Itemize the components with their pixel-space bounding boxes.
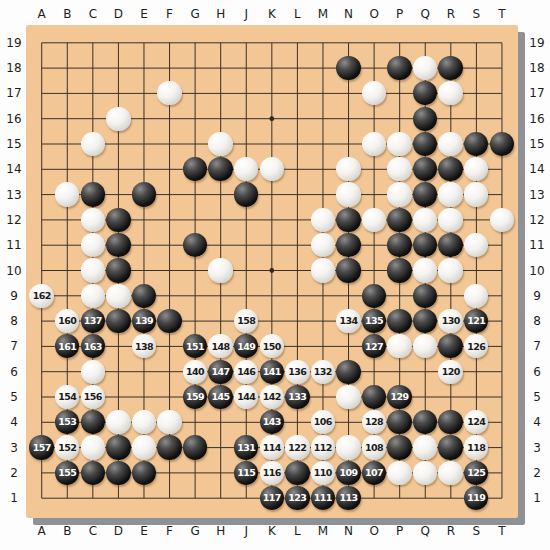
stone-G5-black[interactable]: 159: [183, 385, 207, 409]
coord-left-9: 9: [10, 289, 18, 303]
stone-O3-white[interactable]: 108: [362, 435, 386, 459]
stone-J8-white[interactable]: 158: [234, 309, 258, 333]
move-number-163: 163: [84, 342, 102, 352]
move-number-112: 112: [314, 443, 332, 453]
stone-M12-white[interactable]: [311, 208, 335, 232]
stone-A9-white[interactable]: 162: [29, 284, 53, 308]
move-number-154: 154: [58, 392, 76, 402]
stone-Q10-white[interactable]: [413, 258, 437, 282]
stone-Q8-black[interactable]: [413, 309, 437, 333]
coord-right-6: 6: [533, 365, 541, 379]
stone-N14-white[interactable]: [336, 157, 360, 181]
stone-R7-black[interactable]: [438, 334, 462, 358]
coord-left-3: 3: [10, 441, 18, 455]
stone-Q18-white[interactable]: [413, 56, 437, 80]
stone-Q12-white[interactable]: [413, 208, 437, 232]
stone-M11-white[interactable]: [311, 233, 335, 257]
stone-P18-black[interactable]: [387, 56, 411, 80]
move-number-129: 129: [391, 392, 409, 402]
stone-R8-white[interactable]: 130: [438, 309, 462, 333]
stone-Q4-black[interactable]: [413, 410, 437, 434]
stone-N18-black[interactable]: [336, 56, 360, 80]
move-number-138: 138: [135, 342, 153, 352]
stone-C6-white[interactable]: [81, 360, 105, 384]
stone-P12-black[interactable]: [387, 208, 411, 232]
stone-O7-black[interactable]: 127: [362, 334, 386, 358]
stone-H7-white[interactable]: 148: [208, 334, 232, 358]
stone-G14-black[interactable]: [183, 157, 207, 181]
stone-O9-black[interactable]: [362, 284, 386, 308]
move-number-136: 136: [288, 367, 306, 377]
stone-B7-black[interactable]: 161: [55, 334, 79, 358]
stone-A3-black[interactable]: 157: [29, 435, 53, 459]
move-number-114: 114: [263, 443, 281, 453]
stone-E13-black[interactable]: [132, 182, 156, 206]
coord-right-9: 9: [533, 289, 541, 303]
coord-right-17: 17: [529, 86, 544, 100]
move-number-125: 125: [467, 468, 485, 478]
stone-E2-black[interactable]: [132, 461, 156, 485]
move-number-118: 118: [467, 443, 485, 453]
move-number-121: 121: [467, 316, 485, 326]
coord-bottom-K: K: [268, 524, 276, 538]
stone-R11-black[interactable]: [438, 233, 462, 257]
stone-O12-white[interactable]: [362, 208, 386, 232]
stone-Q7-white[interactable]: [413, 334, 437, 358]
stone-E3-white[interactable]: [132, 435, 156, 459]
stone-P14-white[interactable]: [387, 157, 411, 181]
coord-bottom-D: D: [114, 524, 123, 538]
move-number-137: 137: [84, 316, 102, 326]
stone-H14-black[interactable]: [208, 157, 232, 181]
move-number-130: 130: [442, 316, 460, 326]
coord-left-15: 15: [6, 137, 21, 151]
stone-C3-white[interactable]: [81, 435, 105, 459]
stone-L5-black[interactable]: 133: [285, 385, 309, 409]
coord-left-12: 12: [6, 213, 21, 227]
stone-B3-white[interactable]: 152: [55, 435, 79, 459]
move-number-155: 155: [58, 468, 76, 478]
move-number-140: 140: [186, 367, 204, 377]
move-number-120: 120: [442, 367, 460, 377]
stone-R12-white[interactable]: [438, 208, 462, 232]
move-number-124: 124: [467, 417, 485, 427]
stone-R15-white[interactable]: [438, 132, 462, 156]
stone-J3-black[interactable]: 131: [234, 435, 258, 459]
coord-left-19: 19: [6, 36, 21, 50]
coord-bottom-T: T: [498, 524, 505, 538]
stone-K2-white[interactable]: 116: [260, 461, 284, 485]
move-number-133: 133: [288, 392, 306, 402]
stone-S11-white[interactable]: [464, 233, 488, 257]
coord-top-O: O: [369, 7, 378, 21]
coord-bottom-B: B: [63, 524, 71, 538]
coord-right-19: 19: [529, 36, 544, 50]
stone-D4-white[interactable]: [106, 410, 130, 434]
move-number-110: 110: [314, 468, 332, 478]
coord-top-M: M: [318, 7, 328, 21]
stone-H5-black[interactable]: 145: [208, 385, 232, 409]
stone-C11-white[interactable]: [81, 233, 105, 257]
stone-K6-black[interactable]: 141: [260, 360, 284, 384]
coord-bottom-A: A: [38, 524, 46, 538]
stone-D9-white[interactable]: [106, 284, 130, 308]
stone-E8-black[interactable]: 139: [132, 309, 156, 333]
move-number-153: 153: [58, 417, 76, 427]
coord-bottom-F: F: [166, 524, 173, 538]
stone-K5-white[interactable]: 142: [260, 385, 284, 409]
stone-C13-black[interactable]: [81, 182, 105, 206]
move-number-108: 108: [365, 443, 383, 453]
move-number-156: 156: [84, 392, 102, 402]
coord-left-1: 1: [10, 491, 18, 505]
stone-M2-white[interactable]: 110: [311, 461, 335, 485]
move-number-134: 134: [339, 316, 357, 326]
stone-S1-black[interactable]: 119: [464, 486, 488, 510]
stone-Q16-black[interactable]: [413, 107, 437, 131]
coord-right-3: 3: [533, 441, 541, 455]
coord-left-18: 18: [6, 61, 21, 75]
move-number-158: 158: [237, 316, 255, 326]
stone-D10-black[interactable]: [106, 258, 130, 282]
stone-F3-black[interactable]: [157, 435, 181, 459]
coord-bottom-Q: Q: [421, 524, 430, 538]
stone-G7-black[interactable]: 151: [183, 334, 207, 358]
stone-J14-white[interactable]: [234, 157, 258, 181]
stone-L1-black[interactable]: 123: [285, 486, 309, 510]
stone-N11-black[interactable]: [336, 233, 360, 257]
stone-K3-white[interactable]: 114: [260, 435, 284, 459]
stone-C2-black[interactable]: [81, 461, 105, 485]
stone-Q3-white[interactable]: [413, 435, 437, 459]
stone-D3-black[interactable]: [106, 435, 130, 459]
stone-F17-white[interactable]: [157, 81, 181, 105]
move-number-109: 109: [339, 468, 357, 478]
move-number-106: 106: [314, 417, 332, 427]
coord-left-16: 16: [6, 112, 21, 126]
stone-E4-white[interactable]: [132, 410, 156, 434]
move-number-139: 139: [135, 316, 153, 326]
stone-B5-white[interactable]: 154: [55, 385, 79, 409]
coord-top-R: R: [447, 7, 455, 21]
stone-P7-white[interactable]: [387, 334, 411, 358]
stone-S15-black[interactable]: [464, 132, 488, 156]
stone-G6-white[interactable]: 140: [183, 360, 207, 384]
coord-right-2: 2: [533, 466, 541, 480]
stone-P2-white[interactable]: [387, 461, 411, 485]
coord-left-5: 5: [10, 390, 18, 404]
stone-P11-black[interactable]: [387, 233, 411, 257]
stone-Q13-black[interactable]: [413, 182, 437, 206]
stone-N2-black[interactable]: 109: [336, 461, 360, 485]
stone-C12-white[interactable]: [81, 208, 105, 232]
coord-bottom-L: L: [294, 524, 301, 538]
stone-H6-black[interactable]: 147: [208, 360, 232, 384]
coord-right-16: 16: [529, 112, 544, 126]
stone-S9-white[interactable]: [464, 284, 488, 308]
stone-B4-black[interactable]: 153: [55, 410, 79, 434]
coord-top-L: L: [294, 7, 301, 21]
stone-S8-black[interactable]: 121: [464, 309, 488, 333]
coord-left-13: 13: [6, 188, 21, 202]
coord-top-H: H: [216, 7, 225, 21]
stone-K7-white[interactable]: 150: [260, 334, 284, 358]
stone-M6-white[interactable]: 132: [311, 360, 335, 384]
coord-left-7: 7: [10, 339, 18, 353]
move-number-123: 123: [288, 493, 306, 503]
stone-O17-white[interactable]: [362, 81, 386, 105]
stone-E9-black[interactable]: [132, 284, 156, 308]
stone-T15-black[interactable]: [490, 132, 514, 156]
stone-D11-black[interactable]: [106, 233, 130, 257]
stone-O5-black[interactable]: [362, 385, 386, 409]
coord-left-14: 14: [6, 162, 21, 176]
move-number-150: 150: [263, 342, 281, 352]
stone-N1-black[interactable]: 113: [336, 486, 360, 510]
stone-G3-black[interactable]: [183, 435, 207, 459]
stone-R6-white[interactable]: 120: [438, 360, 462, 384]
stone-D16-white[interactable]: [106, 107, 130, 131]
coord-bottom-M: M: [318, 524, 328, 538]
stone-S2-black[interactable]: 125: [464, 461, 488, 485]
stone-B8-white[interactable]: 160: [55, 309, 79, 333]
stone-Q2-white[interactable]: [413, 461, 437, 485]
stone-R4-black[interactable]: [438, 410, 462, 434]
stone-K1-black[interactable]: 117: [260, 486, 284, 510]
stone-C7-black[interactable]: 163: [81, 334, 105, 358]
stone-S7-white[interactable]: 126: [464, 334, 488, 358]
coord-right-4: 4: [533, 415, 541, 429]
move-number-142: 142: [263, 392, 281, 402]
coord-top-N: N: [344, 7, 353, 21]
stone-Q9-black[interactable]: [413, 284, 437, 308]
stone-B13-white[interactable]: [55, 182, 79, 206]
stone-Q14-black[interactable]: [413, 157, 437, 181]
coord-right-18: 18: [529, 61, 544, 75]
move-number-111: 111: [314, 493, 332, 503]
stone-P3-black[interactable]: [387, 435, 411, 459]
stone-R14-black[interactable]: [438, 157, 462, 181]
coord-top-P: P: [396, 7, 403, 21]
coord-right-15: 15: [529, 137, 544, 151]
coord-right-12: 12: [529, 213, 544, 227]
move-number-152: 152: [58, 443, 76, 453]
stone-P8-black[interactable]: [387, 309, 411, 333]
stone-R18-black[interactable]: [438, 56, 462, 80]
move-number-115: 115: [237, 468, 255, 478]
stone-C5-white[interactable]: 156: [81, 385, 105, 409]
stone-M10-white[interactable]: [311, 258, 335, 282]
coord-top-C: C: [89, 7, 97, 21]
coord-right-5: 5: [533, 390, 541, 404]
move-number-149: 149: [237, 342, 255, 352]
coord-top-T: T: [498, 7, 505, 21]
coord-left-6: 6: [10, 365, 18, 379]
coord-bottom-C: C: [89, 524, 97, 538]
coord-bottom-N: N: [344, 524, 353, 538]
coord-bottom-G: G: [190, 524, 199, 538]
stone-D2-black[interactable]: [106, 461, 130, 485]
stone-M1-black[interactable]: 111: [311, 486, 335, 510]
coord-left-4: 4: [10, 415, 18, 429]
stone-T12-white[interactable]: [490, 208, 514, 232]
stone-C10-white[interactable]: [81, 258, 105, 282]
stone-L6-white[interactable]: 136: [285, 360, 309, 384]
move-number-147: 147: [212, 367, 230, 377]
coord-left-11: 11: [6, 238, 21, 252]
stone-M3-white[interactable]: 112: [311, 435, 335, 459]
coord-top-K: K: [268, 7, 276, 21]
coord-bottom-P: P: [396, 524, 403, 538]
move-number-127: 127: [365, 342, 383, 352]
stone-K14-white[interactable]: [260, 157, 284, 181]
coord-top-B: B: [63, 7, 71, 21]
stone-C4-black[interactable]: [81, 410, 105, 434]
move-number-117: 117: [263, 493, 281, 503]
move-number-151: 151: [186, 342, 204, 352]
coord-bottom-E: E: [140, 524, 148, 538]
stone-S13-white[interactable]: [464, 182, 488, 206]
move-number-132: 132: [314, 367, 332, 377]
stone-C15-white[interactable]: [81, 132, 105, 156]
stone-Q17-black[interactable]: [413, 81, 437, 105]
stone-R17-white[interactable]: [438, 81, 462, 105]
stone-J13-black[interactable]: [234, 182, 258, 206]
coord-top-G: G: [190, 7, 199, 21]
stone-K4-black[interactable]: 143: [260, 410, 284, 434]
coord-left-10: 10: [6, 264, 21, 278]
move-number-128: 128: [365, 417, 383, 427]
stone-J2-black[interactable]: 115: [234, 461, 258, 485]
move-number-116: 116: [263, 468, 281, 478]
stone-L2-black[interactable]: [285, 461, 309, 485]
move-number-119: 119: [467, 493, 485, 503]
stone-H10-white[interactable]: [208, 258, 232, 282]
stone-N8-white[interactable]: 134: [336, 309, 360, 333]
stone-Q15-black[interactable]: [413, 132, 437, 156]
stone-S3-white[interactable]: 118: [464, 435, 488, 459]
stone-O4-white[interactable]: 128: [362, 410, 386, 434]
coord-top-S: S: [473, 7, 481, 21]
coord-top-Q: Q: [421, 7, 430, 21]
go-board-screenshot: 1621601371391581341351301211611631381511…: [0, 0, 550, 550]
stone-L3-white[interactable]: 122: [285, 435, 309, 459]
stone-H15-white[interactable]: [208, 132, 232, 156]
coord-right-13: 13: [529, 188, 544, 202]
stone-S4-white[interactable]: 124: [464, 410, 488, 434]
coord-top-E: E: [140, 7, 148, 21]
move-number-160: 160: [58, 316, 76, 326]
stone-F4-white[interactable]: [157, 410, 181, 434]
move-number-131: 131: [237, 443, 255, 453]
coord-bottom-O: O: [369, 524, 378, 538]
stone-P15-white[interactable]: [387, 132, 411, 156]
stone-O8-black[interactable]: 135: [362, 309, 386, 333]
coord-top-A: A: [38, 7, 46, 21]
coord-right-1: 1: [533, 491, 541, 505]
coord-bottom-H: H: [216, 524, 225, 538]
coord-top-J: J: [244, 7, 248, 21]
coord-bottom-J: J: [244, 524, 248, 538]
stone-B2-black[interactable]: 155: [55, 461, 79, 485]
move-number-145: 145: [212, 392, 230, 402]
move-number-107: 107: [365, 468, 383, 478]
coord-top-F: F: [166, 7, 173, 21]
stone-J5-white[interactable]: 144: [234, 385, 258, 409]
stone-N3-white[interactable]: [336, 435, 360, 459]
coord-right-8: 8: [533, 314, 541, 328]
stone-R3-black[interactable]: [438, 435, 462, 459]
move-number-126: 126: [467, 342, 485, 352]
stone-J7-black[interactable]: 149: [234, 334, 258, 358]
stone-R13-white[interactable]: [438, 182, 462, 206]
stone-P13-white[interactable]: [387, 182, 411, 206]
stone-Q11-black[interactable]: [413, 233, 437, 257]
coord-bottom-R: R: [447, 524, 455, 538]
coord-left-8: 8: [10, 314, 18, 328]
stone-C8-black[interactable]: 137: [81, 309, 105, 333]
stone-R10-white[interactable]: [438, 258, 462, 282]
coord-right-7: 7: [533, 339, 541, 353]
stones-layer: 1621601371391581341351301211611631381511…: [29, 30, 515, 511]
stone-D8-black[interactable]: [106, 309, 130, 333]
coord-right-11: 11: [529, 238, 544, 252]
move-number-159: 159: [186, 392, 204, 402]
stone-P5-black[interactable]: 129: [387, 385, 411, 409]
coord-left-17: 17: [6, 86, 21, 100]
stone-F8-black[interactable]: [157, 309, 181, 333]
stone-S14-white[interactable]: [464, 157, 488, 181]
stone-J6-white[interactable]: 146: [234, 360, 258, 384]
stone-M4-white[interactable]: 106: [311, 410, 335, 434]
move-number-146: 146: [237, 367, 255, 377]
move-number-162: 162: [33, 291, 51, 301]
move-number-143: 143: [263, 417, 281, 427]
stone-N13-white[interactable]: [336, 182, 360, 206]
stone-N5-white[interactable]: [336, 385, 360, 409]
move-number-135: 135: [365, 316, 383, 326]
stone-N6-black[interactable]: [336, 360, 360, 384]
stone-P4-black[interactable]: [387, 410, 411, 434]
move-number-161: 161: [58, 342, 76, 352]
stone-O15-white[interactable]: [362, 132, 386, 156]
move-number-122: 122: [288, 443, 306, 453]
stone-O2-black[interactable]: 107: [362, 461, 386, 485]
stone-P10-black[interactable]: [387, 258, 411, 282]
stone-E7-white[interactable]: 138: [132, 334, 156, 358]
coord-right-14: 14: [529, 162, 544, 176]
move-number-144: 144: [237, 392, 255, 402]
stone-R2-white[interactable]: [438, 461, 462, 485]
stone-N10-black[interactable]: [336, 258, 360, 282]
coord-top-D: D: [114, 7, 123, 21]
move-number-141: 141: [263, 367, 281, 377]
coord-bottom-S: S: [473, 524, 481, 538]
stone-C9-white[interactable]: [81, 284, 105, 308]
stone-N12-black[interactable]: [336, 208, 360, 232]
stone-D12-black[interactable]: [106, 208, 130, 232]
move-number-157: 157: [33, 443, 51, 453]
move-number-113: 113: [339, 493, 357, 503]
coord-right-10: 10: [529, 264, 544, 278]
move-number-148: 148: [212, 342, 230, 352]
stone-G11-black[interactable]: [183, 233, 207, 257]
coord-left-2: 2: [10, 466, 18, 480]
